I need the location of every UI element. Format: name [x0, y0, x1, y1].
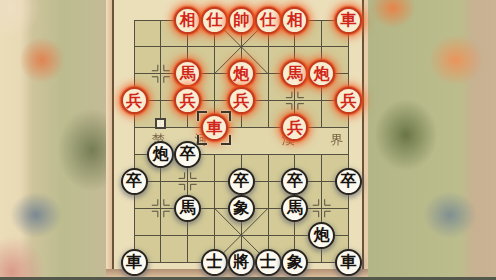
piece-red-elephant[interactable]: 相: [174, 7, 201, 34]
piece-black-soldier[interactable]: 卒: [121, 168, 148, 195]
last-move-origin-marker: [155, 118, 166, 129]
piece-black-cannon[interactable]: 炮: [308, 222, 335, 249]
piece-red-cannon[interactable]: 炮: [228, 60, 255, 87]
piece-black-advisor[interactable]: 士: [255, 249, 282, 276]
piece-black-soldier[interactable]: 卒: [281, 168, 308, 195]
piece-black-elephant[interactable]: 象: [281, 249, 308, 276]
piece-black-chariot[interactable]: 車: [121, 249, 148, 276]
piece-red-elephant[interactable]: 相: [281, 7, 308, 34]
piece-black-general[interactable]: 將: [228, 249, 255, 276]
river-label-char: 界: [328, 131, 346, 149]
piece-red-advisor[interactable]: 仕: [201, 7, 228, 34]
piece-black-soldier[interactable]: 卒: [228, 168, 255, 195]
piece-red-soldier[interactable]: 兵: [335, 87, 362, 114]
piece-black-soldier[interactable]: 卒: [174, 141, 201, 168]
piece-red-general[interactable]: 帥: [228, 7, 255, 34]
piece-red-soldier[interactable]: 兵: [228, 87, 255, 114]
piece-black-chariot[interactable]: 車: [335, 249, 362, 276]
piece-red-soldier[interactable]: 兵: [121, 87, 148, 114]
piece-black-soldier[interactable]: 卒: [335, 168, 362, 195]
piece-black-horse[interactable]: 馬: [281, 195, 308, 222]
piece-red-chariot[interactable]: 車: [335, 7, 362, 34]
piece-red-advisor[interactable]: 仕: [255, 7, 282, 34]
piece-black-elephant[interactable]: 象: [228, 195, 255, 222]
piece-black-horse[interactable]: 馬: [174, 195, 201, 222]
piece-black-advisor[interactable]: 士: [201, 249, 228, 276]
board-grid: [0, 0, 496, 280]
piece-red-chariot[interactable]: 車: [201, 114, 228, 141]
